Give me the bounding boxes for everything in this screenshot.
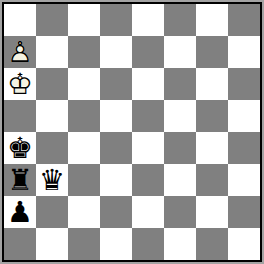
square-e2[interactable] [132, 196, 164, 228]
square-b2[interactable] [36, 196, 68, 228]
square-g3[interactable] [196, 164, 228, 196]
white-king-outline: ♔ [4, 68, 36, 100]
square-a7[interactable]: ♟♙ [4, 36, 36, 68]
square-d2[interactable] [100, 196, 132, 228]
square-h1[interactable] [228, 228, 260, 260]
black-queen-piece: ♛ [36, 164, 68, 196]
square-f6[interactable] [164, 68, 196, 100]
square-b6[interactable] [36, 68, 68, 100]
square-f1[interactable] [164, 228, 196, 260]
black-king-piece: ♚ [4, 132, 36, 164]
square-f2[interactable] [164, 196, 196, 228]
square-e6[interactable] [132, 68, 164, 100]
square-g4[interactable] [196, 132, 228, 164]
square-d6[interactable] [100, 68, 132, 100]
square-a4[interactable]: ♚ [4, 132, 36, 164]
board-grid: ♟♙♚♔♚♜♛♟ [4, 4, 260, 260]
square-b4[interactable] [36, 132, 68, 164]
square-h7[interactable] [228, 36, 260, 68]
black-king-glyph: ♚ [4, 132, 36, 164]
square-g6[interactable] [196, 68, 228, 100]
black-rook-piece: ♜ [4, 164, 36, 196]
white-pawn-outline: ♙ [4, 36, 36, 68]
square-a8[interactable] [4, 4, 36, 36]
black-pawn-glyph: ♟ [4, 196, 36, 228]
square-d4[interactable] [100, 132, 132, 164]
square-a1[interactable] [4, 228, 36, 260]
square-e8[interactable] [132, 4, 164, 36]
board-border: ♟♙♚♔♚♜♛♟ [2, 2, 262, 262]
square-g5[interactable] [196, 100, 228, 132]
square-g8[interactable] [196, 4, 228, 36]
square-c5[interactable] [68, 100, 100, 132]
square-d3[interactable] [100, 164, 132, 196]
white-king-piece: ♚♔ [4, 68, 36, 100]
square-c6[interactable] [68, 68, 100, 100]
square-g1[interactable] [196, 228, 228, 260]
square-a2[interactable]: ♟ [4, 196, 36, 228]
square-f7[interactable] [164, 36, 196, 68]
square-h5[interactable] [228, 100, 260, 132]
square-a6[interactable]: ♚♔ [4, 68, 36, 100]
square-b5[interactable] [36, 100, 68, 132]
square-c3[interactable] [68, 164, 100, 196]
square-c2[interactable] [68, 196, 100, 228]
square-h6[interactable] [228, 68, 260, 100]
black-rook-glyph: ♜ [4, 164, 36, 196]
square-e5[interactable] [132, 100, 164, 132]
square-c1[interactable] [68, 228, 100, 260]
black-pawn-piece: ♟ [4, 196, 36, 228]
square-d8[interactable] [100, 4, 132, 36]
square-d5[interactable] [100, 100, 132, 132]
square-b7[interactable] [36, 36, 68, 68]
square-b8[interactable] [36, 4, 68, 36]
square-a5[interactable] [4, 100, 36, 132]
square-d7[interactable] [100, 36, 132, 68]
square-f3[interactable] [164, 164, 196, 196]
square-f5[interactable] [164, 100, 196, 132]
square-h2[interactable] [228, 196, 260, 228]
square-b1[interactable] [36, 228, 68, 260]
square-b3[interactable]: ♛ [36, 164, 68, 196]
square-c7[interactable] [68, 36, 100, 68]
square-h8[interactable] [228, 4, 260, 36]
square-g2[interactable] [196, 196, 228, 228]
square-f4[interactable] [164, 132, 196, 164]
black-queen-glyph: ♛ [36, 164, 68, 196]
square-f8[interactable] [164, 4, 196, 36]
square-h3[interactable] [228, 164, 260, 196]
square-d1[interactable] [100, 228, 132, 260]
square-h4[interactable] [228, 132, 260, 164]
square-g7[interactable] [196, 36, 228, 68]
square-c8[interactable] [68, 4, 100, 36]
square-e4[interactable] [132, 132, 164, 164]
square-a3[interactable]: ♜ [4, 164, 36, 196]
white-pawn-piece: ♟♙ [4, 36, 36, 68]
square-c4[interactable] [68, 132, 100, 164]
square-e7[interactable] [132, 36, 164, 68]
square-e1[interactable] [132, 228, 164, 260]
chess-board: ♟♙♚♔♚♜♛♟ [0, 0, 264, 264]
square-e3[interactable] [132, 164, 164, 196]
